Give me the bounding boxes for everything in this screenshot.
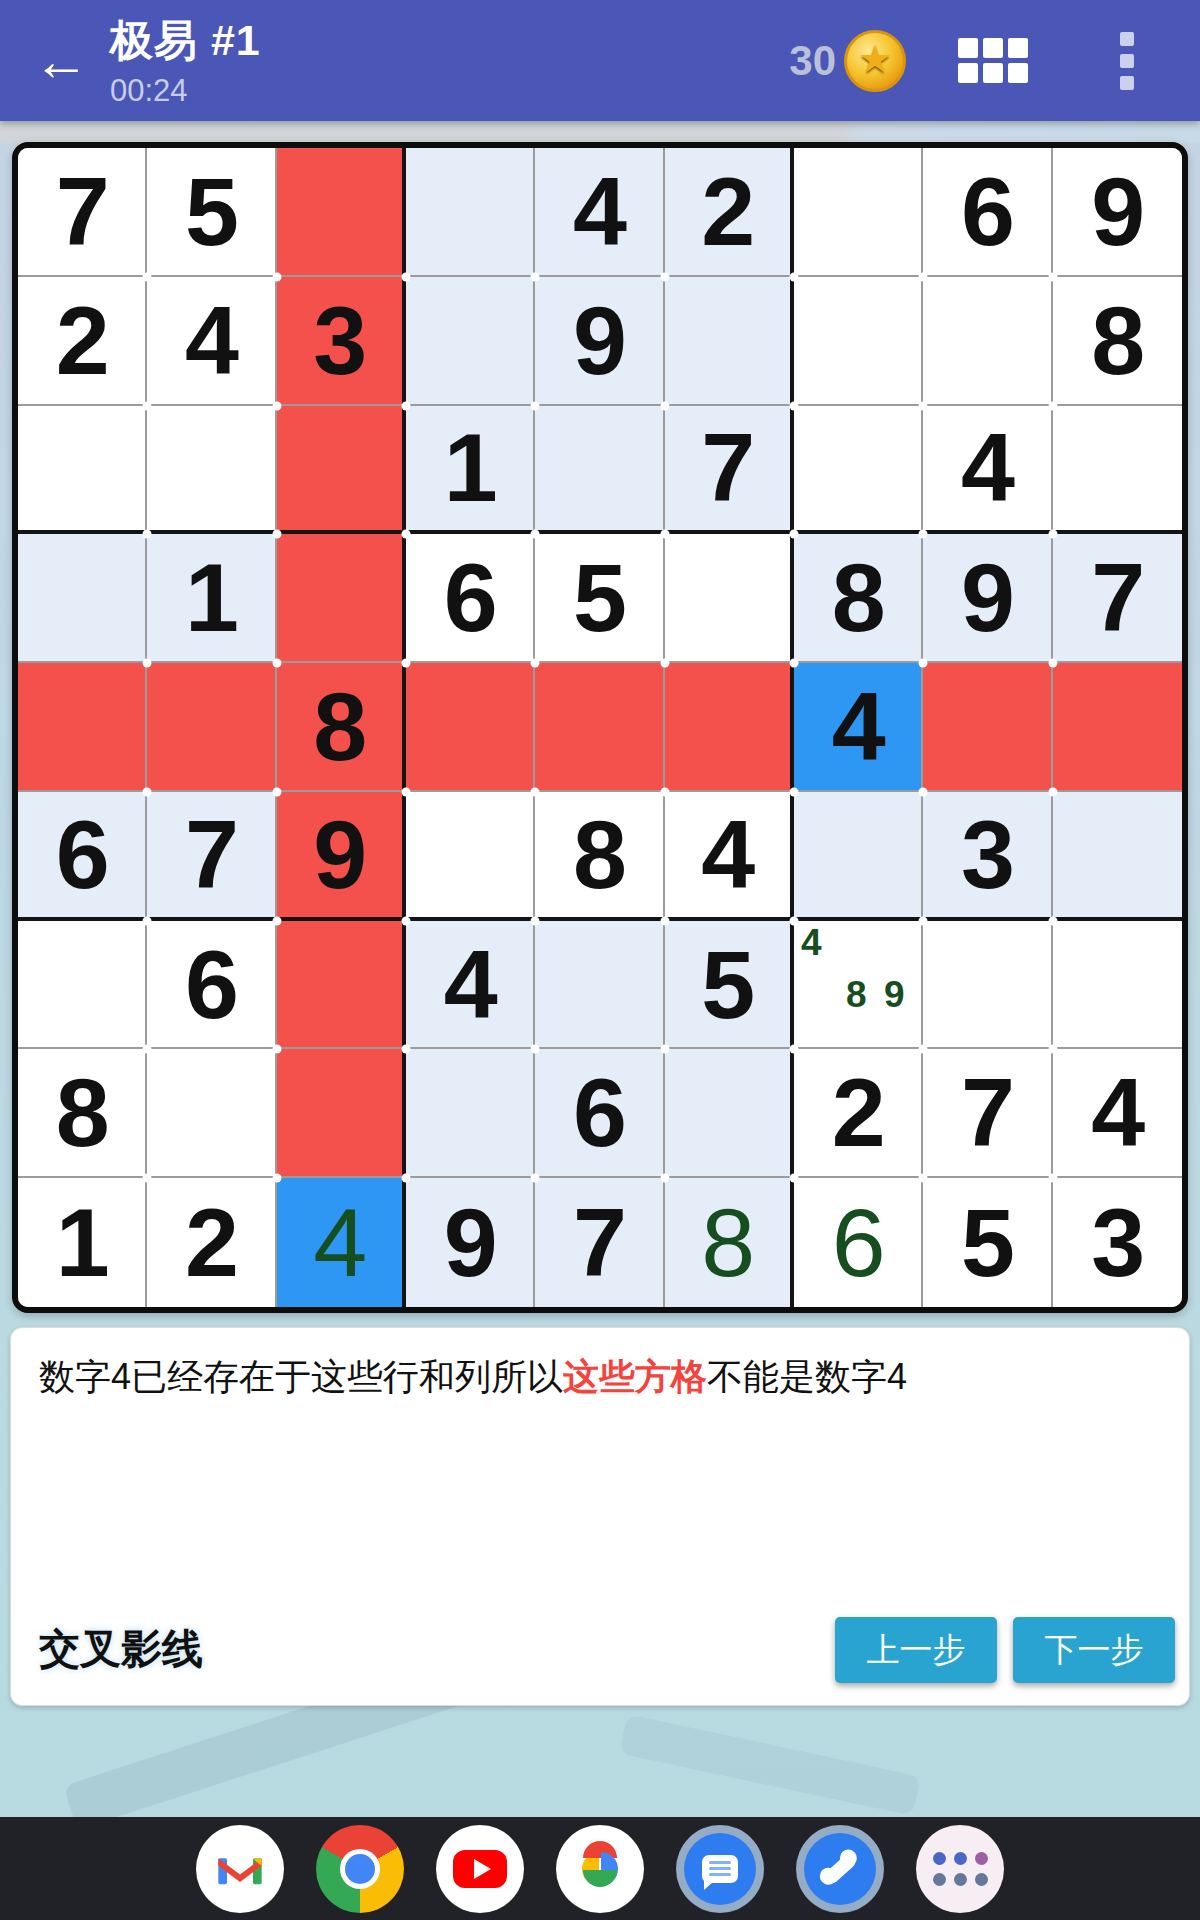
cell-r8c1[interactable]: 8 — [18, 1049, 147, 1178]
overflow-menu-icon[interactable] — [1120, 32, 1134, 90]
pencil-mark-9: 9 — [884, 976, 905, 1013]
cell-r6c5[interactable]: 8 — [535, 792, 664, 921]
cell-r8c3[interactable] — [277, 1049, 406, 1178]
cell-r6c1[interactable]: 6 — [18, 792, 147, 921]
given-digit: 8 — [56, 1064, 108, 1161]
cell-r5c4[interactable] — [406, 663, 535, 792]
coin-icon: ★ — [844, 30, 906, 92]
appbar-actions: 30 ★ — [789, 30, 1200, 92]
messages-icon[interactable] — [676, 1825, 764, 1913]
given-digit: 1 — [185, 549, 237, 646]
cell-r4c3[interactable] — [277, 534, 406, 663]
app-drawer-icon[interactable] — [916, 1825, 1004, 1913]
cell-r3c1[interactable] — [18, 406, 147, 535]
cell-r4c5[interactable]: 5 — [535, 534, 664, 663]
cell-r7c1[interactable] — [18, 921, 147, 1050]
cell-r2c4[interactable] — [406, 277, 535, 406]
cell-r7c7[interactable]: 489 — [794, 921, 923, 1050]
technique-label: 交叉影线 — [39, 1622, 203, 1677]
cell-r3c7[interactable] — [794, 406, 923, 535]
given-digit: 4 — [444, 936, 496, 1033]
cell-r3c3[interactable] — [277, 406, 406, 535]
cell-r9c7[interactable]: 6 — [794, 1178, 923, 1307]
cell-r5c7[interactable]: 4 — [794, 663, 923, 792]
given-digit: 8 — [313, 678, 365, 775]
timer: 00:24 — [110, 73, 261, 109]
cell-r3c9[interactable] — [1053, 406, 1182, 535]
coin-count: 30 — [789, 37, 836, 85]
user-digit: 8 — [701, 1194, 753, 1291]
hint-text: 数字4已经存在于这些行和列所以这些方格不能是数字4 — [11, 1328, 1189, 1402]
dock — [0, 1817, 1200, 1920]
cell-r3c2[interactable] — [147, 406, 276, 535]
cell-r6c8[interactable]: 3 — [923, 792, 1052, 921]
given-digit: 4 — [1091, 1064, 1143, 1161]
cell-r9c6[interactable]: 8 — [665, 1178, 794, 1307]
chrome-icon[interactable] — [316, 1825, 404, 1913]
cell-r5c3[interactable]: 8 — [277, 663, 406, 792]
cell-r7c5[interactable] — [535, 921, 664, 1050]
given-digit: 7 — [573, 1194, 625, 1291]
given-digit: 2 — [832, 1064, 884, 1161]
given-digit: 9 — [444, 1194, 496, 1291]
cell-r4c8[interactable]: 9 — [923, 534, 1052, 663]
cell-r9c5[interactable]: 7 — [535, 1178, 664, 1307]
cell-r2c9[interactable]: 8 — [1053, 277, 1182, 406]
cell-r4c4[interactable]: 6 — [406, 534, 535, 663]
cell-r7c8[interactable] — [923, 921, 1052, 1050]
cell-r8c7[interactable]: 2 — [794, 1049, 923, 1178]
cell-r8c8[interactable]: 7 — [923, 1049, 1052, 1178]
given-digit: 6 — [444, 549, 496, 646]
given-digit: 6 — [573, 1064, 625, 1161]
cell-r8c2[interactable] — [147, 1049, 276, 1178]
user-digit: 4 — [313, 1194, 365, 1291]
given-digit: 8 — [1091, 292, 1143, 389]
cell-r6c9[interactable] — [1053, 792, 1182, 921]
back-icon[interactable]: ← — [26, 33, 96, 89]
cell-r4c2[interactable]: 1 — [147, 534, 276, 663]
next-step-button[interactable]: 下一步 — [1013, 1617, 1175, 1683]
hint-coins-button[interactable]: 30 ★ — [789, 30, 906, 92]
cell-r1c6[interactable]: 2 — [665, 148, 794, 277]
cell-r7c2[interactable]: 6 — [147, 921, 276, 1050]
cell-r1c8[interactable]: 6 — [923, 148, 1052, 277]
cell-r4c7[interactable]: 8 — [794, 534, 923, 663]
given-digit: 7 — [701, 419, 753, 516]
given-digit: 7 — [1091, 549, 1143, 646]
cell-r7c6[interactable]: 5 — [665, 921, 794, 1050]
cell-r4c1[interactable] — [18, 534, 147, 663]
given-digit: 1 — [56, 1194, 108, 1291]
cell-r5c2[interactable] — [147, 663, 276, 792]
user-digit: 6 — [832, 1194, 884, 1291]
given-digit: 5 — [961, 1194, 1013, 1291]
gmail-icon[interactable] — [196, 1825, 284, 1913]
board-select-icon[interactable] — [958, 38, 1028, 83]
cell-r2c3[interactable]: 3 — [277, 277, 406, 406]
given-digit: 3 — [313, 292, 365, 389]
given-digit: 9 — [961, 549, 1013, 646]
cell-r9c4[interactable]: 9 — [406, 1178, 535, 1307]
cell-r6c4[interactable] — [406, 792, 535, 921]
given-digit: 3 — [1091, 1194, 1143, 1291]
pencil-mark-8: 8 — [846, 976, 867, 1013]
cell-r9c1[interactable]: 1 — [18, 1178, 147, 1307]
cell-r2c7[interactable] — [794, 277, 923, 406]
title-block: 极易 #1 00:24 — [110, 12, 261, 109]
hint-panel: 数字4已经存在于这些行和列所以这些方格不能是数字4 交叉影线 上一步 下一步 — [10, 1327, 1190, 1706]
given-digit: 3 — [961, 806, 1013, 903]
given-digit: 4 — [961, 419, 1013, 516]
cell-r9c8[interactable]: 5 — [923, 1178, 1052, 1307]
given-digit: 6 — [961, 163, 1013, 260]
cell-r2c5[interactable]: 9 — [535, 277, 664, 406]
given-digit: 2 — [56, 292, 108, 389]
given-digit: 6 — [56, 806, 108, 903]
cell-r2c6[interactable] — [665, 277, 794, 406]
cell-r4c6[interactable] — [665, 534, 794, 663]
cell-r3c4[interactable]: 1 — [406, 406, 535, 535]
given-digit: 5 — [573, 549, 625, 646]
cell-r1c2[interactable]: 5 — [147, 148, 276, 277]
cell-r3c8[interactable]: 4 — [923, 406, 1052, 535]
cell-r2c8[interactable] — [923, 277, 1052, 406]
sudoku-board: 7542692439817416589784679843645489862741… — [12, 142, 1188, 1313]
cell-r8c9[interactable]: 4 — [1053, 1049, 1182, 1178]
youtube-icon[interactable] — [436, 1825, 524, 1913]
pencil-mark-4: 4 — [801, 924, 822, 961]
page-title: 极易 #1 — [110, 12, 261, 70]
hint-highlight: 这些方格 — [563, 1356, 707, 1397]
cell-r2c1[interactable]: 2 — [18, 277, 147, 406]
cell-r1c7[interactable] — [794, 148, 923, 277]
cell-r8c6[interactable] — [665, 1049, 794, 1178]
given-digit: 9 — [1091, 163, 1143, 260]
cell-r7c9[interactable] — [1053, 921, 1182, 1050]
cell-r3c6[interactable]: 7 — [665, 406, 794, 535]
cell-r6c6[interactable]: 4 — [665, 792, 794, 921]
cell-r4c9[interactable]: 7 — [1053, 534, 1182, 663]
cell-r1c3[interactable] — [277, 148, 406, 277]
given-digit: 4 — [573, 163, 625, 260]
wallpaper-band — [0, 121, 1200, 143]
cell-r7c4[interactable]: 4 — [406, 921, 535, 1050]
cell-r1c5[interactable]: 4 — [535, 148, 664, 277]
cell-r9c9[interactable]: 3 — [1053, 1178, 1182, 1307]
google-photos-icon[interactable] — [556, 1825, 644, 1913]
cell-r5c9[interactable] — [1053, 663, 1182, 792]
cell-r6c2[interactable]: 7 — [147, 792, 276, 921]
given-digit: 8 — [832, 549, 884, 646]
cell-r7c3[interactable] — [277, 921, 406, 1050]
cell-r5c5[interactable] — [535, 663, 664, 792]
cell-r5c8[interactable] — [923, 663, 1052, 792]
given-digit: 6 — [185, 936, 237, 1033]
cell-r1c4[interactable] — [406, 148, 535, 277]
given-digit: 4 — [185, 292, 237, 389]
app-bar: ← 极易 #1 00:24 30 ★ — [0, 0, 1200, 121]
hint-buttons: 上一步 下一步 — [835, 1617, 1175, 1683]
cell-r9c2[interactable]: 2 — [147, 1178, 276, 1307]
given-digit: 2 — [701, 163, 753, 260]
cell-r6c7[interactable] — [794, 792, 923, 921]
given-digit: 4 — [701, 806, 753, 903]
given-digit: 7 — [961, 1064, 1013, 1161]
given-digit: 9 — [313, 806, 365, 903]
given-digit: 5 — [185, 163, 237, 260]
cell-r6c3[interactable]: 9 — [277, 792, 406, 921]
previous-step-button[interactable]: 上一步 — [835, 1617, 997, 1683]
given-digit: 8 — [573, 806, 625, 903]
given-digit: 2 — [185, 1194, 237, 1291]
cell-r1c1[interactable]: 7 — [18, 148, 147, 277]
given-digit: 1 — [444, 419, 496, 516]
given-digit: 7 — [56, 163, 108, 260]
given-digit: 4 — [832, 678, 884, 775]
given-digit: 5 — [701, 936, 753, 1033]
cell-r8c4[interactable] — [406, 1049, 535, 1178]
cell-r2c2[interactable]: 4 — [147, 277, 276, 406]
cell-r5c1[interactable] — [18, 663, 147, 792]
phone-icon[interactable] — [796, 1825, 884, 1913]
cell-r9c3[interactable]: 4 — [277, 1178, 406, 1307]
cell-r1c9[interactable]: 9 — [1053, 148, 1182, 277]
given-digit: 7 — [185, 806, 237, 903]
cell-r5c6[interactable] — [665, 663, 794, 792]
cell-r3c5[interactable] — [535, 406, 664, 535]
cell-r8c5[interactable]: 6 — [535, 1049, 664, 1178]
given-digit: 9 — [573, 292, 625, 389]
